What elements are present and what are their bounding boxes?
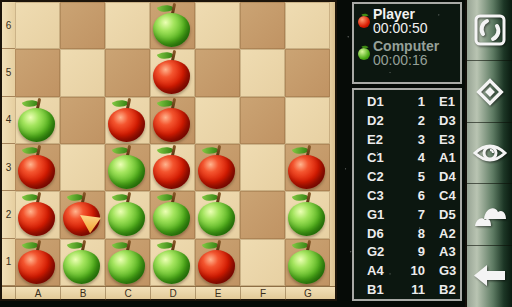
green-apple-piece <box>62 240 102 285</box>
file-label-D: D <box>150 287 195 300</box>
board-right-edge <box>330 2 335 286</box>
square-B4[interactable] <box>60 97 105 144</box>
apple-body <box>198 155 235 189</box>
square-B2[interactable] <box>60 191 105 238</box>
move-row: D11E1 <box>367 93 460 112</box>
move-number: 3 <box>403 131 429 150</box>
red-apple-piece <box>152 98 192 143</box>
file-label-G: G <box>285 287 330 300</box>
green-apple-piece <box>107 192 147 237</box>
apple-body <box>153 108 190 142</box>
file-label-E: E <box>195 287 240 300</box>
square-C2[interactable] <box>105 191 150 238</box>
apple-body <box>198 250 235 284</box>
square-C4[interactable] <box>105 97 150 144</box>
square-G3[interactable] <box>285 144 330 191</box>
file-label-C: C <box>105 287 150 300</box>
move-player: B1 <box>367 281 403 300</box>
apple-body <box>108 250 145 284</box>
file-label-F: F <box>240 287 285 300</box>
apple-body <box>18 202 55 236</box>
move-player: C3 <box>367 187 403 206</box>
square-F6[interactable] <box>240 2 285 49</box>
move-number: 9 <box>403 243 429 262</box>
move-row: A410G3 <box>367 262 460 281</box>
red-apple-piece <box>287 145 327 190</box>
square-F5[interactable] <box>240 49 285 96</box>
square-C1[interactable] <box>105 239 150 286</box>
red-apple-piece <box>197 145 237 190</box>
eye-button[interactable] <box>467 123 512 184</box>
apple-body <box>153 202 190 236</box>
square-D2[interactable] <box>150 191 195 238</box>
square-A5[interactable] <box>15 49 60 96</box>
red-apple-piece <box>152 145 192 190</box>
move-player: D1 <box>367 93 403 112</box>
green-apple-piece <box>197 192 237 237</box>
rank-label-6: 6 <box>2 2 15 49</box>
green-apple-piece <box>152 240 192 285</box>
red-apple-icon <box>358 16 370 28</box>
move-player: C2 <box>367 168 403 187</box>
square-A6[interactable] <box>15 2 60 49</box>
move-row: B111B2 <box>367 281 460 300</box>
apple-body <box>108 108 145 142</box>
apple-body <box>153 155 190 189</box>
square-F3[interactable] <box>240 144 285 191</box>
player-clock: Player 00:00:50 <box>357 8 457 35</box>
mountains-button[interactable] <box>467 184 512 245</box>
square-A2[interactable] <box>15 191 60 238</box>
square-A1[interactable] <box>15 239 60 286</box>
apple-body <box>108 202 145 236</box>
move-player: G1 <box>367 206 403 225</box>
square-D4[interactable] <box>150 97 195 144</box>
square-A3[interactable] <box>15 144 60 191</box>
apple-body <box>63 250 100 284</box>
move-number: 11 <box>403 281 429 300</box>
diamond-icon <box>472 74 508 110</box>
rotate-board-button[interactable] <box>467 0 512 61</box>
move-row: D22D3 <box>367 112 460 131</box>
green-apple-piece <box>287 192 327 237</box>
square-D3[interactable] <box>150 144 195 191</box>
square-B6[interactable] <box>60 2 105 49</box>
red-apple-piece <box>17 192 57 237</box>
square-D6[interactable] <box>150 2 195 49</box>
red-apple-piece <box>17 240 57 285</box>
eye-icon <box>471 134 509 172</box>
apple-body <box>18 250 55 284</box>
square-F1[interactable] <box>240 239 285 286</box>
move-row: D68A2 <box>367 225 460 244</box>
move-number: 6 <box>403 187 429 206</box>
rank-label-3: 3 <box>2 144 15 191</box>
apple-body <box>288 250 325 284</box>
square-D5[interactable] <box>150 49 195 96</box>
apple-body <box>153 60 190 94</box>
computer-time: 00:00:16 <box>373 52 428 68</box>
square-F2[interactable] <box>240 191 285 238</box>
file-labels-strip: ABCDEFG <box>2 286 335 299</box>
rotate-board-icon <box>472 12 508 48</box>
file-label-B: B <box>60 287 105 300</box>
red-apple-piece <box>197 240 237 285</box>
apple-body <box>198 202 235 236</box>
move-list-panel[interactable]: D11E1D22D3E23E3C14A1C25D4C36C4G17D5D68A2… <box>352 88 462 301</box>
red-apple-piece <box>107 98 147 143</box>
rank-label-4: 4 <box>2 97 15 144</box>
green-apple-piece <box>152 192 192 237</box>
square-G5[interactable] <box>285 49 330 96</box>
square-C6[interactable] <box>105 2 150 49</box>
green-apple-piece <box>107 145 147 190</box>
square-G4[interactable] <box>285 97 330 144</box>
move-row: E23E3 <box>367 131 460 150</box>
rank-label-1: 1 <box>2 239 15 286</box>
square-B1[interactable] <box>60 239 105 286</box>
move-number: 10 <box>403 262 429 281</box>
square-B3[interactable] <box>60 144 105 191</box>
move-player: C1 <box>367 149 403 168</box>
square-C3[interactable] <box>105 144 150 191</box>
apple-body <box>108 155 145 189</box>
move-player: A4 <box>367 262 403 281</box>
square-F4[interactable] <box>240 97 285 144</box>
move-number: 2 <box>403 112 429 131</box>
green-apple-piece <box>107 240 147 285</box>
apple-body <box>153 250 190 284</box>
computer-clock: Computer 00:00:16 <box>357 40 457 67</box>
back-button[interactable] <box>467 246 512 307</box>
green-apple-piece <box>17 98 57 143</box>
square-E3[interactable] <box>195 144 240 191</box>
player-time: 00:00:50 <box>373 20 428 36</box>
move-number: 8 <box>403 225 429 244</box>
square-E4[interactable] <box>195 97 240 144</box>
apple-body <box>18 155 55 189</box>
apple-body <box>153 13 190 47</box>
move-number: 1 <box>403 93 429 112</box>
square-C5[interactable] <box>105 49 150 96</box>
red-apple-piece-bitten <box>62 192 102 237</box>
apple-body <box>288 155 325 189</box>
back-arrow-icon <box>471 259 509 293</box>
game-board: 654321 ABCDEFG <box>0 0 337 301</box>
move-player: D2 <box>367 112 403 131</box>
move-player: D6 <box>367 225 403 244</box>
square-G1[interactable] <box>285 239 330 286</box>
square-B5[interactable] <box>60 49 105 96</box>
square-E1[interactable] <box>195 239 240 286</box>
file-label-A: A <box>15 287 60 300</box>
move-row: C36C4 <box>367 187 460 206</box>
diamond-button[interactable] <box>467 61 512 122</box>
move-row: G17D5 <box>367 206 460 225</box>
square-G2[interactable] <box>285 191 330 238</box>
move-row: C14A1 <box>367 149 460 168</box>
square-D1[interactable] <box>150 239 195 286</box>
rank-labels-strip: 654321 <box>2 2 15 286</box>
board-squares <box>15 2 330 286</box>
toolbar-sidebar <box>465 0 512 307</box>
move-number: 4 <box>403 149 429 168</box>
square-E2[interactable] <box>195 191 240 238</box>
app-window: 654321 ABCDEFG Player 00:00:50 Computer … <box>0 0 512 307</box>
move-number: 5 <box>403 168 429 187</box>
rank-label-2: 2 <box>2 191 15 238</box>
green-apple-piece <box>287 240 327 285</box>
move-player: E2 <box>367 131 403 150</box>
square-E5[interactable] <box>195 49 240 96</box>
square-E6[interactable] <box>195 2 240 49</box>
mountains-icon <box>471 195 509 233</box>
apple-body <box>288 202 325 236</box>
move-row: G29A3 <box>367 243 460 262</box>
move-row: C25D4 <box>367 168 460 187</box>
red-apple-piece <box>17 145 57 190</box>
green-apple-piece <box>152 3 192 48</box>
green-apple-icon <box>358 48 370 60</box>
square-A4[interactable] <box>15 97 60 144</box>
apple-body <box>18 108 55 142</box>
red-apple-piece <box>152 50 192 95</box>
clock-panel: Player 00:00:50 Computer 00:00:16 <box>352 2 462 84</box>
square-G6[interactable] <box>285 2 330 49</box>
rank-label-5: 5 <box>2 49 15 96</box>
move-number: 7 <box>403 206 429 225</box>
move-player: G2 <box>367 243 403 262</box>
